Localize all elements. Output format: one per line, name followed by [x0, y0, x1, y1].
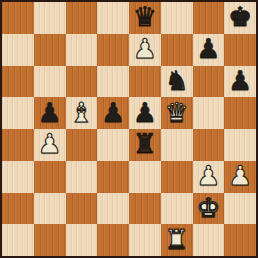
square-d5[interactable]: ♟: [97, 97, 129, 129]
square-g6[interactable]: [193, 66, 225, 98]
square-d3[interactable]: [97, 161, 129, 193]
square-e6[interactable]: [129, 66, 161, 98]
square-c8[interactable]: [66, 2, 98, 34]
square-b4[interactable]: ♟: [34, 129, 66, 161]
square-g8[interactable]: [193, 2, 225, 34]
square-d6[interactable]: [97, 66, 129, 98]
piece-white-pawn-b4[interactable]: ♟: [38, 130, 62, 157]
square-f8[interactable]: [161, 2, 193, 34]
square-a3[interactable]: [2, 161, 34, 193]
square-f7[interactable]: [161, 34, 193, 66]
square-c3[interactable]: [66, 161, 98, 193]
piece-black-pawn-h6[interactable]: ♟: [228, 67, 252, 94]
piece-black-pawn-g7[interactable]: ♟: [196, 35, 220, 62]
square-g3[interactable]: ♟: [193, 161, 225, 193]
square-a7[interactable]: [2, 34, 34, 66]
square-g2[interactable]: ♚: [193, 193, 225, 225]
square-f5[interactable]: ♛: [161, 97, 193, 129]
square-b6[interactable]: [34, 66, 66, 98]
square-b7[interactable]: [34, 34, 66, 66]
piece-white-pawn-e7[interactable]: ♟: [133, 35, 157, 62]
square-f2[interactable]: [161, 193, 193, 225]
square-h5[interactable]: [224, 97, 256, 129]
square-a8[interactable]: [2, 2, 34, 34]
square-h8[interactable]: ♚: [224, 2, 256, 34]
square-a2[interactable]: [2, 193, 34, 225]
piece-black-rook-e4[interactable]: ♜: [133, 130, 157, 157]
square-d8[interactable]: [97, 2, 129, 34]
square-g1[interactable]: [193, 224, 225, 256]
square-d4[interactable]: [97, 129, 129, 161]
piece-black-pawn-d5[interactable]: ♟: [101, 99, 125, 126]
square-a1[interactable]: [2, 224, 34, 256]
piece-black-king-h8[interactable]: ♚: [228, 3, 252, 30]
square-f1[interactable]: ♜: [161, 224, 193, 256]
square-h6[interactable]: ♟: [224, 66, 256, 98]
square-c7[interactable]: [66, 34, 98, 66]
square-b2[interactable]: [34, 193, 66, 225]
square-a6[interactable]: [2, 66, 34, 98]
square-f6[interactable]: ♞: [161, 66, 193, 98]
piece-white-rook-f1[interactable]: ♜: [165, 226, 189, 253]
square-e4[interactable]: ♜: [129, 129, 161, 161]
square-a5[interactable]: [2, 97, 34, 129]
square-c6[interactable]: [66, 66, 98, 98]
piece-black-queen-e8[interactable]: ♛: [133, 3, 157, 30]
square-b5[interactable]: ♟: [34, 97, 66, 129]
square-g7[interactable]: ♟: [193, 34, 225, 66]
piece-white-queen-f5[interactable]: ♛: [165, 99, 189, 126]
square-c4[interactable]: [66, 129, 98, 161]
square-c1[interactable]: [66, 224, 98, 256]
piece-black-knight-f6[interactable]: ♞: [165, 67, 189, 94]
square-c5[interactable]: ♝: [66, 97, 98, 129]
square-g5[interactable]: [193, 97, 225, 129]
square-h4[interactable]: [224, 129, 256, 161]
square-e7[interactable]: ♟: [129, 34, 161, 66]
square-c2[interactable]: [66, 193, 98, 225]
chess-board: ♛♚♟♟♞♟♟♝♟♟♛♟♜♟♟♚♜: [0, 0, 258, 258]
square-d2[interactable]: [97, 193, 129, 225]
square-e3[interactable]: [129, 161, 161, 193]
piece-black-pawn-b5[interactable]: ♟: [38, 99, 62, 126]
square-e1[interactable]: [129, 224, 161, 256]
square-e5[interactable]: ♟: [129, 97, 161, 129]
square-h7[interactable]: [224, 34, 256, 66]
piece-white-king-g2[interactable]: ♚: [196, 194, 220, 221]
square-d1[interactable]: [97, 224, 129, 256]
square-a4[interactable]: [2, 129, 34, 161]
square-e8[interactable]: ♛: [129, 2, 161, 34]
square-h3[interactable]: ♟: [224, 161, 256, 193]
square-h2[interactable]: [224, 193, 256, 225]
square-b8[interactable]: [34, 2, 66, 34]
square-e2[interactable]: [129, 193, 161, 225]
square-b1[interactable]: [34, 224, 66, 256]
piece-white-bishop-c5[interactable]: ♝: [69, 99, 93, 126]
piece-white-pawn-g3[interactable]: ♟: [196, 162, 220, 189]
square-d7[interactable]: [97, 34, 129, 66]
piece-black-pawn-e5[interactable]: ♟: [133, 99, 157, 126]
square-f3[interactable]: [161, 161, 193, 193]
square-f4[interactable]: [161, 129, 193, 161]
piece-white-pawn-h3[interactable]: ♟: [228, 162, 252, 189]
square-b3[interactable]: [34, 161, 66, 193]
square-h1[interactable]: [224, 224, 256, 256]
square-g4[interactable]: [193, 129, 225, 161]
